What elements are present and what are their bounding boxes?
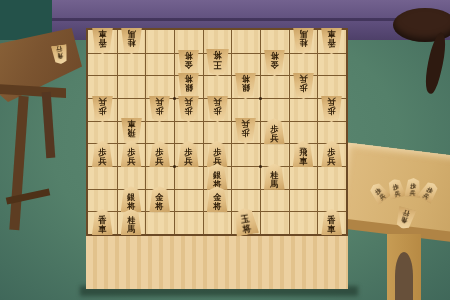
piece-kanji: 歩	[242, 128, 250, 137]
piece-kanji: 馬	[127, 225, 135, 234]
piece-kanji: 歩	[184, 106, 192, 115]
piece-kanji: 兵	[184, 97, 192, 106]
scene: 香車桂馬桂馬香車金将王将金将銀将銀将歩兵歩兵歩兵歩兵歩兵歩兵飛車歩兵歩兵歩兵歩兵…	[0, 0, 450, 300]
piece-kanji: 兵	[328, 97, 336, 106]
piece-kanji: 兵	[394, 190, 401, 198]
piece-kanji: 金	[270, 60, 278, 69]
piece-kanji: 歩	[213, 106, 221, 115]
shogi-piece-sente-pawn[interactable]: 歩兵	[207, 141, 228, 167]
piece-kanji: 歩	[328, 106, 336, 115]
piece-kanji: 桂	[299, 38, 307, 47]
piece-kanji: 将	[184, 51, 192, 60]
piece-kanji: 車	[328, 225, 336, 234]
shogi-piece-sente-pawn[interactable]: 歩兵	[149, 141, 170, 167]
shogi-piece-sente-silver[interactable]: 銀将	[207, 164, 228, 190]
piece-kanji: 馬	[270, 180, 278, 189]
piece-kanji: 兵	[98, 97, 106, 106]
right-stand-leg-cutout	[395, 252, 413, 300]
piece-kanji: 将	[213, 50, 222, 60]
piece-kanji: 車	[98, 225, 106, 234]
shogi-piece-sente-pawn[interactable]: 歩兵	[121, 141, 142, 167]
shogi-piece-sente-pawn[interactable]: 歩兵	[321, 141, 342, 167]
piece-kanji: 馬	[299, 29, 307, 38]
piece-kanji: 将	[184, 74, 192, 83]
shogi-piece-sente-pawn[interactable]: 歩兵	[264, 118, 285, 144]
shogi-piece-sente-rook[interactable]: 飛車	[293, 141, 314, 167]
piece-kanji: 車	[98, 29, 106, 38]
piece-kanji: 香	[328, 38, 336, 47]
piece-kanji: 桂	[127, 38, 135, 47]
shogi-piece-sente-knight[interactable]: 桂馬	[264, 164, 285, 190]
shogi-piece-sente-lance[interactable]: 香車	[321, 209, 342, 235]
piece-kanji: 車	[328, 29, 336, 38]
board-front-face	[86, 234, 348, 289]
shogi-piece-sente-pawn[interactable]: 歩兵	[92, 141, 113, 167]
piece-kanji: 王	[213, 60, 222, 70]
piece-kanji: 兵	[127, 157, 135, 166]
shogi-piece-sente-pawn[interactable]: 歩兵	[178, 141, 199, 167]
shogi-piece-sente-knight[interactable]: 桂馬	[121, 209, 142, 235]
piece-kanji: 歩	[98, 106, 106, 115]
piece-kanji: 馬	[127, 29, 135, 38]
piece-kanji: 歩	[156, 106, 164, 115]
board-grid-line	[145, 30, 146, 234]
piece-kanji: 兵	[98, 157, 106, 166]
piece-kanji: 行	[403, 209, 411, 217]
shogi-piece-sente-lance[interactable]: 香車	[92, 209, 113, 235]
shogi-piece-sente-gold[interactable]: 金将	[149, 186, 170, 212]
board-grid-line	[260, 30, 261, 234]
piece-kanji: 将	[270, 51, 278, 60]
hoshi-dot	[259, 97, 262, 100]
cushion-fold	[52, 18, 450, 21]
piece-kanji: 将	[242, 224, 252, 235]
shogi-piece-sente-gold[interactable]: 金将	[207, 186, 228, 212]
hoshi-dot	[173, 97, 176, 100]
hoshi-dot	[259, 165, 262, 168]
piece-kanji: 将	[156, 202, 164, 211]
board-grid-line	[203, 30, 204, 234]
board-grid-line	[231, 30, 232, 234]
piece-kanji: 兵	[299, 74, 307, 83]
piece-kanji: 兵	[184, 157, 192, 166]
piece-kanji: 銀	[242, 83, 250, 92]
board-grid-line	[117, 30, 118, 234]
piece-kanji: 将	[213, 202, 221, 211]
piece-kanji: 香	[98, 38, 106, 47]
hoshi-dot	[173, 165, 176, 168]
piece-kanji: 兵	[156, 97, 164, 106]
board-grid-line	[289, 30, 290, 234]
board-grid-line	[317, 30, 318, 234]
piece-kanji: 兵	[242, 119, 250, 128]
piece-kanji: 兵	[422, 192, 430, 201]
piece-kanji: 飛	[127, 128, 135, 137]
piece-kanji: 兵	[328, 157, 336, 166]
piece-kanji: 金	[184, 60, 192, 69]
piece-kanji: 銀	[184, 83, 192, 92]
piece-kanji: 兵	[156, 157, 164, 166]
piece-kanji: 車	[127, 119, 135, 128]
piece-kanji: 将	[242, 74, 250, 83]
piece-kanji: 歩	[299, 83, 307, 92]
shogi-piece-sente-silver[interactable]: 銀将	[121, 186, 142, 212]
piece-kanji: 行	[56, 46, 63, 53]
piece-kanji: 兵	[213, 97, 221, 106]
piece-kanji: 車	[299, 157, 307, 166]
piece-kanji: 兵	[409, 189, 415, 196]
piece-kanji: 兵	[270, 134, 278, 143]
board-grid-line	[174, 30, 175, 234]
piece-kanji: 兵	[378, 192, 386, 201]
